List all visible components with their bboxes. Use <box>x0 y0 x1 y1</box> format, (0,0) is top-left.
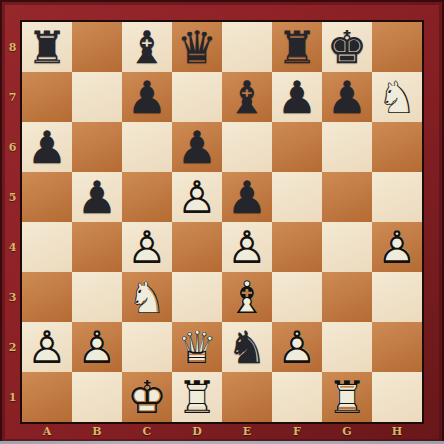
piece-black-king[interactable]: ♚ <box>322 22 372 72</box>
square-h5[interactable] <box>372 172 422 222</box>
piece-black-pawn[interactable]: ♟ <box>222 172 272 222</box>
rank-label-2: 2 <box>0 322 20 372</box>
square-a6[interactable]: ♟ <box>22 122 72 172</box>
piece-white-pawn[interactable]: ♟♙ <box>172 172 222 222</box>
square-b4[interactable] <box>72 222 122 272</box>
file-labels: ABCDEFGH <box>22 423 422 440</box>
square-f4[interactable] <box>272 222 322 272</box>
piece-white-queen[interactable]: ♛♕ <box>172 322 222 372</box>
square-f6[interactable] <box>272 122 322 172</box>
square-b3[interactable] <box>72 272 122 322</box>
chess-board: ♜♝♛♜♚♟♝♟♟♞♘♟♟♟♟♙♟♟♙♟♙♟♙♞♘♝♗♟♙♟♙♛♕♞♟♙♚♔♜♖… <box>22 22 422 422</box>
piece-black-knight[interactable]: ♞ <box>222 322 272 372</box>
rank-labels: 87654321 <box>0 22 20 422</box>
square-h3[interactable] <box>372 272 422 322</box>
square-h7[interactable]: ♞♘ <box>372 72 422 122</box>
square-b6[interactable] <box>72 122 122 172</box>
square-c8[interactable]: ♝ <box>122 22 172 72</box>
square-d8[interactable]: ♛ <box>172 22 222 72</box>
rank-label-6: 6 <box>0 122 20 172</box>
square-g2[interactable] <box>322 322 372 372</box>
piece-white-pawn[interactable]: ♟♙ <box>72 322 122 372</box>
square-e4[interactable]: ♟♙ <box>222 222 272 272</box>
piece-black-pawn[interactable]: ♟ <box>272 72 322 122</box>
file-label-b: B <box>72 423 122 440</box>
piece-white-pawn[interactable]: ♟♙ <box>122 222 172 272</box>
file-label-a: A <box>22 423 72 440</box>
piece-black-bishop[interactable]: ♝ <box>222 72 272 122</box>
piece-black-pawn[interactable]: ♟ <box>172 122 222 172</box>
square-c1[interactable]: ♚♔ <box>122 372 172 422</box>
square-d2[interactable]: ♛♕ <box>172 322 222 372</box>
square-c7[interactable]: ♟ <box>122 72 172 122</box>
square-g1[interactable]: ♜♖ <box>322 372 372 422</box>
piece-white-bishop[interactable]: ♝♗ <box>222 272 272 322</box>
square-d4[interactable] <box>172 222 222 272</box>
file-label-h: H <box>372 423 422 440</box>
square-g6[interactable] <box>322 122 372 172</box>
square-g5[interactable] <box>322 172 372 222</box>
file-label-f: F <box>272 423 322 440</box>
square-c4[interactable]: ♟♙ <box>122 222 172 272</box>
square-e8[interactable] <box>222 22 272 72</box>
square-c6[interactable] <box>122 122 172 172</box>
file-label-d: D <box>172 423 222 440</box>
square-b7[interactable] <box>72 72 122 122</box>
piece-white-pawn[interactable]: ♟♙ <box>372 222 422 272</box>
square-b5[interactable]: ♟ <box>72 172 122 222</box>
piece-white-pawn[interactable]: ♟♙ <box>22 322 72 372</box>
file-label-e: E <box>222 423 272 440</box>
rank-label-1: 1 <box>0 372 20 422</box>
square-a4[interactable] <box>22 222 72 272</box>
square-e5[interactable]: ♟ <box>222 172 272 222</box>
square-f5[interactable] <box>272 172 322 222</box>
square-b8[interactable] <box>72 22 122 72</box>
square-a2[interactable]: ♟♙ <box>22 322 72 372</box>
piece-black-queen[interactable]: ♛ <box>172 22 222 72</box>
square-d6[interactable]: ♟ <box>172 122 222 172</box>
square-f3[interactable] <box>272 272 322 322</box>
square-e2[interactable]: ♞ <box>222 322 272 372</box>
square-b2[interactable]: ♟♙ <box>72 322 122 372</box>
square-a5[interactable] <box>22 172 72 222</box>
square-h2[interactable] <box>372 322 422 372</box>
file-label-c: C <box>122 423 172 440</box>
piece-white-rook[interactable]: ♜♖ <box>322 372 372 422</box>
square-e7[interactable]: ♝ <box>222 72 272 122</box>
square-e1[interactable] <box>222 372 272 422</box>
piece-black-pawn[interactable]: ♟ <box>322 72 372 122</box>
square-g3[interactable] <box>322 272 372 322</box>
piece-black-pawn[interactable]: ♟ <box>22 122 72 172</box>
piece-white-rook[interactable]: ♜♖ <box>172 372 222 422</box>
square-g7[interactable]: ♟ <box>322 72 372 122</box>
rank-label-4: 4 <box>0 222 20 272</box>
board-frame: ♜♝♛♜♚♟♝♟♟♞♘♟♟♟♟♙♟♟♙♟♙♟♙♞♘♝♗♟♙♟♙♛♕♞♟♙♚♔♜♖… <box>20 20 424 424</box>
piece-black-rook[interactable]: ♜ <box>272 22 322 72</box>
piece-white-king[interactable]: ♚♔ <box>122 372 172 422</box>
rank-label-5: 5 <box>0 172 20 222</box>
square-c3[interactable]: ♞♘ <box>122 272 172 322</box>
square-f2[interactable]: ♟♙ <box>272 322 322 372</box>
square-f1[interactable] <box>272 372 322 422</box>
square-h1[interactable] <box>372 372 422 422</box>
square-d7[interactable] <box>172 72 222 122</box>
piece-white-pawn[interactable]: ♟♙ <box>222 222 272 272</box>
square-a7[interactable] <box>22 72 72 122</box>
square-d3[interactable] <box>172 272 222 322</box>
square-h6[interactable] <box>372 122 422 172</box>
rank-label-3: 3 <box>0 272 20 322</box>
square-c5[interactable] <box>122 172 172 222</box>
file-label-g: G <box>322 423 372 440</box>
piece-black-rook[interactable]: ♜ <box>22 22 72 72</box>
square-h8[interactable] <box>372 22 422 72</box>
chess-app-window: 87654321 ♜♝♛♜♚♟♝♟♟♞♘♟♟♟♟♙♟♟♙♟♙♟♙♞♘♝♗♟♙♟♙… <box>0 0 444 444</box>
square-h4[interactable]: ♟♙ <box>372 222 422 272</box>
piece-black-bishop[interactable]: ♝ <box>122 22 172 72</box>
square-e3[interactable]: ♝♗ <box>222 272 272 322</box>
rank-label-8: 8 <box>0 22 20 72</box>
square-g8[interactable]: ♚ <box>322 22 372 72</box>
square-d5[interactable]: ♟♙ <box>172 172 222 222</box>
piece-white-knight[interactable]: ♞♘ <box>122 272 172 322</box>
square-f7[interactable]: ♟ <box>272 72 322 122</box>
piece-black-pawn[interactable]: ♟ <box>122 72 172 122</box>
square-e6[interactable] <box>222 122 272 172</box>
rank-label-7: 7 <box>0 72 20 122</box>
square-a1[interactable] <box>22 372 72 422</box>
square-a3[interactable] <box>22 272 72 322</box>
piece-white-pawn[interactable]: ♟♙ <box>272 322 322 372</box>
piece-black-pawn[interactable]: ♟ <box>72 172 122 222</box>
square-b1[interactable] <box>72 372 122 422</box>
square-c2[interactable] <box>122 322 172 372</box>
square-f8[interactable]: ♜ <box>272 22 322 72</box>
square-a8[interactable]: ♜ <box>22 22 72 72</box>
square-g4[interactable] <box>322 222 372 272</box>
square-d1[interactable]: ♜♖ <box>172 372 222 422</box>
piece-white-knight[interactable]: ♞♘ <box>372 72 422 122</box>
